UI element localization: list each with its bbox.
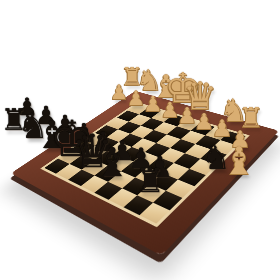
white-knight-g1: ♞ xyxy=(136,66,162,95)
black-rook-h8: ♜ xyxy=(1,105,28,135)
chess-board xyxy=(11,91,279,256)
board-squares-grid xyxy=(44,104,245,224)
black-pawn-h7: ♟ xyxy=(16,95,38,119)
chess-set-photo: ♜♞♝♟♚♟♛♟♟♟♞♟♟♜♟♜♟♟♞♟♟♝♟♚♟♛♞♟♝♝♟♜ xyxy=(0,0,280,280)
black-pawn-g7: ♟ xyxy=(35,103,57,128)
white-rook-h1: ♜ xyxy=(121,64,143,89)
black-knight-g8: ♞ xyxy=(17,109,48,144)
